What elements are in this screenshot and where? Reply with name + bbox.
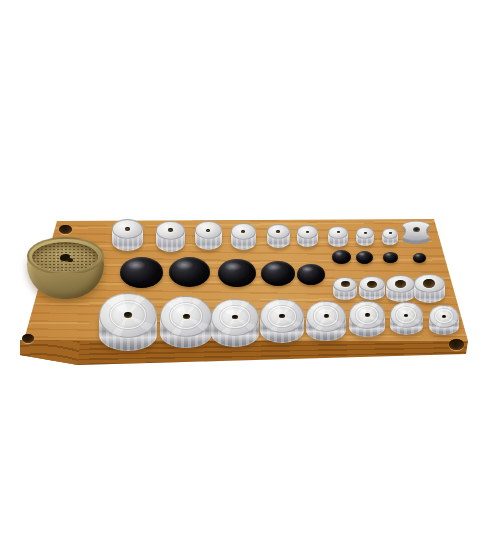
bore-die [359, 276, 385, 300]
aluminum-cap-die [156, 221, 185, 252]
die-center-hole [124, 312, 132, 318]
screw-hole [449, 339, 464, 350]
black-die-small [332, 250, 351, 264]
press-die-large [260, 299, 304, 343]
press-die-large [160, 296, 212, 348]
bore-die [333, 277, 357, 300]
black-die-large [169, 257, 210, 287]
gloss-highlight [385, 253, 392, 257]
gloss-highlight [358, 252, 366, 256]
gloss-highlight [126, 260, 146, 270]
black-die-large [297, 264, 325, 285]
aluminum-cap-die [328, 226, 348, 247]
die-center-hole [276, 230, 280, 233]
die-center-hole [183, 314, 190, 319]
shaped-die-graphic [399, 217, 433, 247]
screw-hole [59, 225, 72, 234]
black-die-large [218, 259, 256, 287]
aluminum-cap-die [112, 219, 143, 251]
aluminum-cap-die [231, 223, 256, 250]
aluminum-cap-die [356, 227, 374, 246]
die-center-hole [324, 314, 329, 318]
die-center-hole [442, 315, 446, 318]
press-die-large [390, 302, 423, 335]
press-die-large [349, 301, 385, 337]
bore-die [386, 275, 415, 302]
press-die-large [99, 293, 157, 351]
die-center-hole [389, 232, 392, 234]
die-center-hole [206, 229, 210, 232]
bowl-center-hole [60, 254, 70, 261]
die-center-hole [168, 228, 173, 232]
scene [0, 0, 481, 555]
press-die-large [306, 301, 346, 341]
bore-die [414, 274, 445, 303]
die-center-hole [404, 314, 408, 317]
black-die-small [356, 251, 373, 264]
die-center-hole [365, 313, 370, 317]
aluminum-cap-die [195, 221, 222, 250]
gloss-highlight [415, 254, 421, 257]
aluminum-cap-die [297, 225, 318, 247]
die-center-hole [364, 232, 367, 234]
screw-hole [22, 334, 34, 343]
die-center-hole [367, 281, 377, 288]
brass-bowl-die [27, 237, 104, 299]
press-die-large [429, 305, 459, 335]
black-die-large [261, 261, 295, 286]
die-center-hole [423, 279, 435, 288]
gloss-highlight [301, 266, 314, 273]
die-center-hole [341, 281, 350, 287]
die-center-hole [241, 230, 245, 233]
die-center-hole [232, 315, 238, 319]
aluminum-cap-die [267, 224, 290, 248]
black-die-small [413, 253, 426, 263]
die-center-hole [337, 231, 340, 233]
die-center-hole [125, 227, 130, 231]
gloss-highlight [266, 263, 282, 271]
press-die-large [211, 299, 259, 347]
die-center-hole [279, 314, 285, 318]
gloss-highlight [175, 260, 194, 270]
black-die-large [120, 257, 163, 288]
die-center-hole [395, 280, 406, 288]
gloss-highlight [335, 251, 344, 255]
aluminum-cap-die [382, 228, 398, 245]
die-center-hole [306, 231, 309, 233]
black-die-small [383, 252, 398, 263]
shaped-spool-die [399, 217, 433, 247]
gloss-highlight [224, 262, 241, 271]
